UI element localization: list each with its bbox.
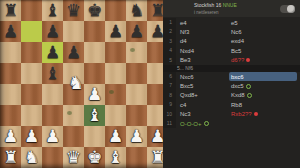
move-row: 8Qxd8+Kxd8: [163, 91, 300, 100]
piece-white-p[interactable]: ♟: [126, 126, 147, 147]
square-g8[interactable]: ♞: [126, 0, 147, 21]
square-a7[interactable]: ♟: [0, 21, 21, 42]
move-san: Kxd8: [231, 92, 245, 98]
square-e4[interactable]: ♟: [84, 84, 105, 105]
square-d1[interactable]: ♛: [63, 147, 84, 168]
piece-white-p[interactable]: ♟: [0, 126, 21, 147]
piece-black-b[interactable]: ♝: [42, 0, 63, 21]
analysis-panel: Stockfish 16 NNUE i nettleseren 1e4e52Nf…: [163, 0, 300, 168]
move-san: Rb8: [231, 102, 242, 108]
square-f6[interactable]: [105, 42, 126, 63]
engine-badge: NNUE: [223, 2, 237, 8]
move-san: d6??: [231, 57, 244, 63]
square-f7[interactable]: ♟: [105, 21, 126, 42]
square-e8[interactable]: ♚: [84, 0, 105, 21]
square-f5[interactable]: [105, 63, 126, 84]
move-row: 5Be3d6??: [163, 56, 300, 65]
move-number: 5: [163, 56, 176, 65]
good-move-icon: [247, 93, 252, 98]
move-number: 1: [163, 18, 176, 27]
move-row: 6Nxc6bxc6: [163, 72, 300, 81]
piece-white-n[interactable]: ♞: [21, 147, 42, 168]
move-list: 1e4e52Nf3Nc63d4exd44Nxd4Bc55Be3d6??5... …: [163, 17, 300, 168]
square-d2[interactable]: [63, 126, 84, 147]
black-move[interactable]: Bc5: [229, 46, 297, 55]
white-move[interactable]: c4: [176, 100, 229, 109]
piece-white-r[interactable]: ♜: [0, 147, 21, 168]
square-b5[interactable]: [21, 63, 42, 84]
move-san: Be3: [180, 57, 191, 63]
engine-toggle-knob: [287, 5, 295, 13]
move-san: bxc6: [231, 74, 244, 80]
square-g2[interactable]: ♟: [126, 126, 147, 147]
move-number: 9: [163, 100, 176, 109]
piece-white-q[interactable]: ♛: [63, 147, 84, 168]
square-a6[interactable]: [0, 42, 21, 63]
black-move[interactable]: exd4: [229, 37, 297, 46]
square-b2[interactable]: ♟: [21, 126, 42, 147]
square-e3[interactable]: ♝: [84, 105, 105, 126]
square-c8[interactable]: ♝: [42, 0, 63, 21]
move-san: c4: [180, 102, 186, 108]
blunder-icon: [246, 58, 250, 62]
square-g4[interactable]: [126, 84, 147, 105]
square-e1[interactable]: ♚: [84, 147, 105, 168]
move-number: 3: [163, 37, 176, 46]
black-move[interactable]: bxc6: [229, 72, 297, 81]
piece-black-p[interactable]: ♟: [63, 42, 84, 63]
move-row: 2Nf3Nc6: [163, 27, 300, 36]
move-row: 3d4exd4: [163, 37, 300, 46]
move-san: O-O-O+: [180, 121, 202, 127]
move-san: Nxc6: [180, 74, 194, 80]
engine-toggle[interactable]: [280, 5, 295, 13]
white-move[interactable]: Nxd4: [176, 46, 229, 55]
move-row: 7Bxc5dxc5: [163, 81, 300, 90]
piece-white-k[interactable]: ♚: [84, 147, 105, 168]
piece-black-p[interactable]: ♟: [42, 42, 63, 63]
variation-row[interactable]: 5... Nf6: [163, 65, 300, 72]
square-a5[interactable]: [0, 63, 21, 84]
square-a1[interactable]: ♜: [0, 147, 21, 168]
engine-subtitle: i nettleseren: [194, 10, 219, 15]
square-a2[interactable]: ♟: [0, 126, 21, 147]
square-e6[interactable]: [84, 42, 105, 63]
move-san: dxc5: [231, 83, 244, 89]
piece-white-p[interactable]: ♟: [42, 126, 63, 147]
move-number: 2: [163, 27, 176, 36]
white-move[interactable]: d4: [176, 37, 229, 46]
piece-white-b[interactable]: ♝: [105, 147, 126, 168]
square-c3[interactable]: [42, 105, 63, 126]
move-number: 4: [163, 46, 176, 55]
piece-black-b[interactable]: ♝: [42, 63, 63, 84]
wood-knot: [130, 48, 135, 52]
square-e2[interactable]: [84, 126, 105, 147]
square-g3[interactable]: [126, 105, 147, 126]
piece-black-p[interactable]: ♟: [42, 21, 63, 42]
piece-white-b[interactable]: ♝: [84, 105, 105, 126]
square-d5[interactable]: [63, 63, 84, 84]
square-f8[interactable]: [105, 0, 126, 21]
chess-analysis-app: ♜♝♛♚♞♜♟♟♟♟♟♟♟♝♟♝♟♟♟♟♟♟♜♞♛♚♝♜♞ Stockfish …: [0, 0, 300, 168]
move-san: Bc5: [231, 48, 241, 54]
square-c4[interactable]: [42, 84, 63, 105]
move-number: 11: [163, 119, 176, 128]
square-d8[interactable]: ♛: [63, 0, 84, 21]
square-d6[interactable]: ♟: [63, 42, 84, 63]
move-san: Nxd4: [180, 48, 194, 54]
square-g6[interactable]: [126, 42, 147, 63]
move-san: Nc6: [231, 29, 242, 35]
wood-knot: [109, 90, 114, 94]
black-move[interactable]: e5: [229, 18, 297, 27]
chess-board[interactable]: ♜♝♛♚♞♜♟♟♟♟♟♟♟♝♟♝♟♟♟♟♟♟♜♞♛♚♝♜♞: [0, 0, 168, 168]
wood-knot: [67, 111, 72, 115]
move-number: 7: [163, 81, 176, 90]
square-e5[interactable]: [84, 63, 105, 84]
square-a4[interactable]: [0, 84, 21, 105]
move-san: e4: [180, 20, 187, 26]
square-d3[interactable]: [63, 105, 84, 126]
white-move[interactable]: Nf3: [176, 27, 229, 36]
piece-black-k[interactable]: ♚: [84, 0, 105, 21]
white-move[interactable]: Nc3: [176, 110, 229, 119]
square-c6[interactable]: ♟: [42, 42, 63, 63]
square-c1[interactable]: [42, 147, 63, 168]
piece-black-r[interactable]: ♜: [0, 0, 21, 21]
white-move[interactable]: Be3: [176, 56, 229, 65]
white-move[interactable]: e4: [176, 18, 229, 27]
engine-header: Stockfish 16 NNUE i nettleseren: [163, 0, 300, 17]
piece-black-p[interactable]: ♟: [105, 21, 126, 42]
square-f1[interactable]: ♝: [105, 147, 126, 168]
black-move[interactable]: Rxb2??: [229, 110, 297, 119]
move-san: d4: [180, 38, 187, 44]
black-move[interactable]: Rb8: [229, 100, 297, 109]
move-san: Rxb2??: [231, 111, 252, 117]
black-move[interactable]: Nc6: [229, 27, 297, 36]
move-san: Nf3: [180, 29, 189, 35]
square-f2[interactable]: ♟: [105, 126, 126, 147]
piece-black-p[interactable]: ♟: [0, 21, 21, 42]
square-b7[interactable]: [21, 21, 42, 42]
move-row: 10Nc3Rxb2??: [163, 110, 300, 119]
black-move[interactable]: Kxd8: [229, 91, 297, 100]
square-b3[interactable]: [21, 105, 42, 126]
square-f4[interactable]: [105, 84, 126, 105]
piece-white-p[interactable]: ♟: [21, 126, 42, 147]
engine-title: Stockfish 16 NNUE: [194, 3, 237, 8]
square-c7[interactable]: ♟: [42, 21, 63, 42]
square-g5[interactable]: [126, 63, 147, 84]
good-move-icon: [246, 84, 251, 89]
white-move[interactable]: O-O-O+: [176, 119, 229, 128]
move-number: 8: [163, 91, 176, 100]
square-c2[interactable]: ♟: [42, 126, 63, 147]
square-b1[interactable]: ♞: [21, 147, 42, 168]
square-d7[interactable]: [63, 21, 84, 42]
square-b8[interactable]: [21, 0, 42, 21]
black-move[interactable]: dxc5: [229, 81, 297, 90]
square-c5[interactable]: ♝: [42, 63, 63, 84]
move-row: 4Nxd4Bc5: [163, 46, 300, 55]
piece-black-n[interactable]: ♞: [126, 0, 147, 21]
square-b4[interactable]: [21, 84, 42, 105]
move-san: e5: [231, 20, 238, 26]
move-san: Nc3: [180, 111, 191, 117]
square-a3[interactable]: [0, 105, 21, 126]
move-row: 11O-O-O+: [163, 119, 300, 128]
move-number: 6: [163, 72, 176, 81]
blunder-icon: [254, 112, 258, 116]
white-move[interactable]: Nxc6: [176, 72, 229, 81]
square-a8[interactable]: ♜: [0, 0, 21, 21]
piece-white-p[interactable]: ♟: [84, 84, 105, 105]
move-row: 9c4Rb8: [163, 100, 300, 109]
square-g1[interactable]: [126, 147, 147, 168]
square-f3[interactable]: [105, 105, 126, 126]
square-e7[interactable]: [84, 21, 105, 42]
piece-black-q[interactable]: ♛: [63, 0, 84, 21]
move-san: Qxd8+: [180, 92, 198, 98]
good-move-icon: [204, 121, 209, 126]
piece-white-p[interactable]: ♟: [105, 126, 126, 147]
engine-name: Stockfish 16: [194, 2, 221, 8]
move-row: 1e4e5: [163, 18, 300, 27]
move-number: 10: [163, 110, 176, 119]
white-move[interactable]: Qxd8+: [176, 91, 229, 100]
move-san: Bxc5: [180, 83, 193, 89]
move-san: exd4: [231, 38, 244, 44]
piece-black-p[interactable]: ♟: [126, 21, 147, 42]
black-move[interactable]: d6??: [229, 56, 297, 65]
white-move[interactable]: Bxc5: [176, 81, 229, 90]
square-d4[interactable]: [63, 84, 84, 105]
square-g7[interactable]: ♟: [126, 21, 147, 42]
black-move[interactable]: [229, 119, 297, 128]
square-b6[interactable]: [21, 42, 42, 63]
